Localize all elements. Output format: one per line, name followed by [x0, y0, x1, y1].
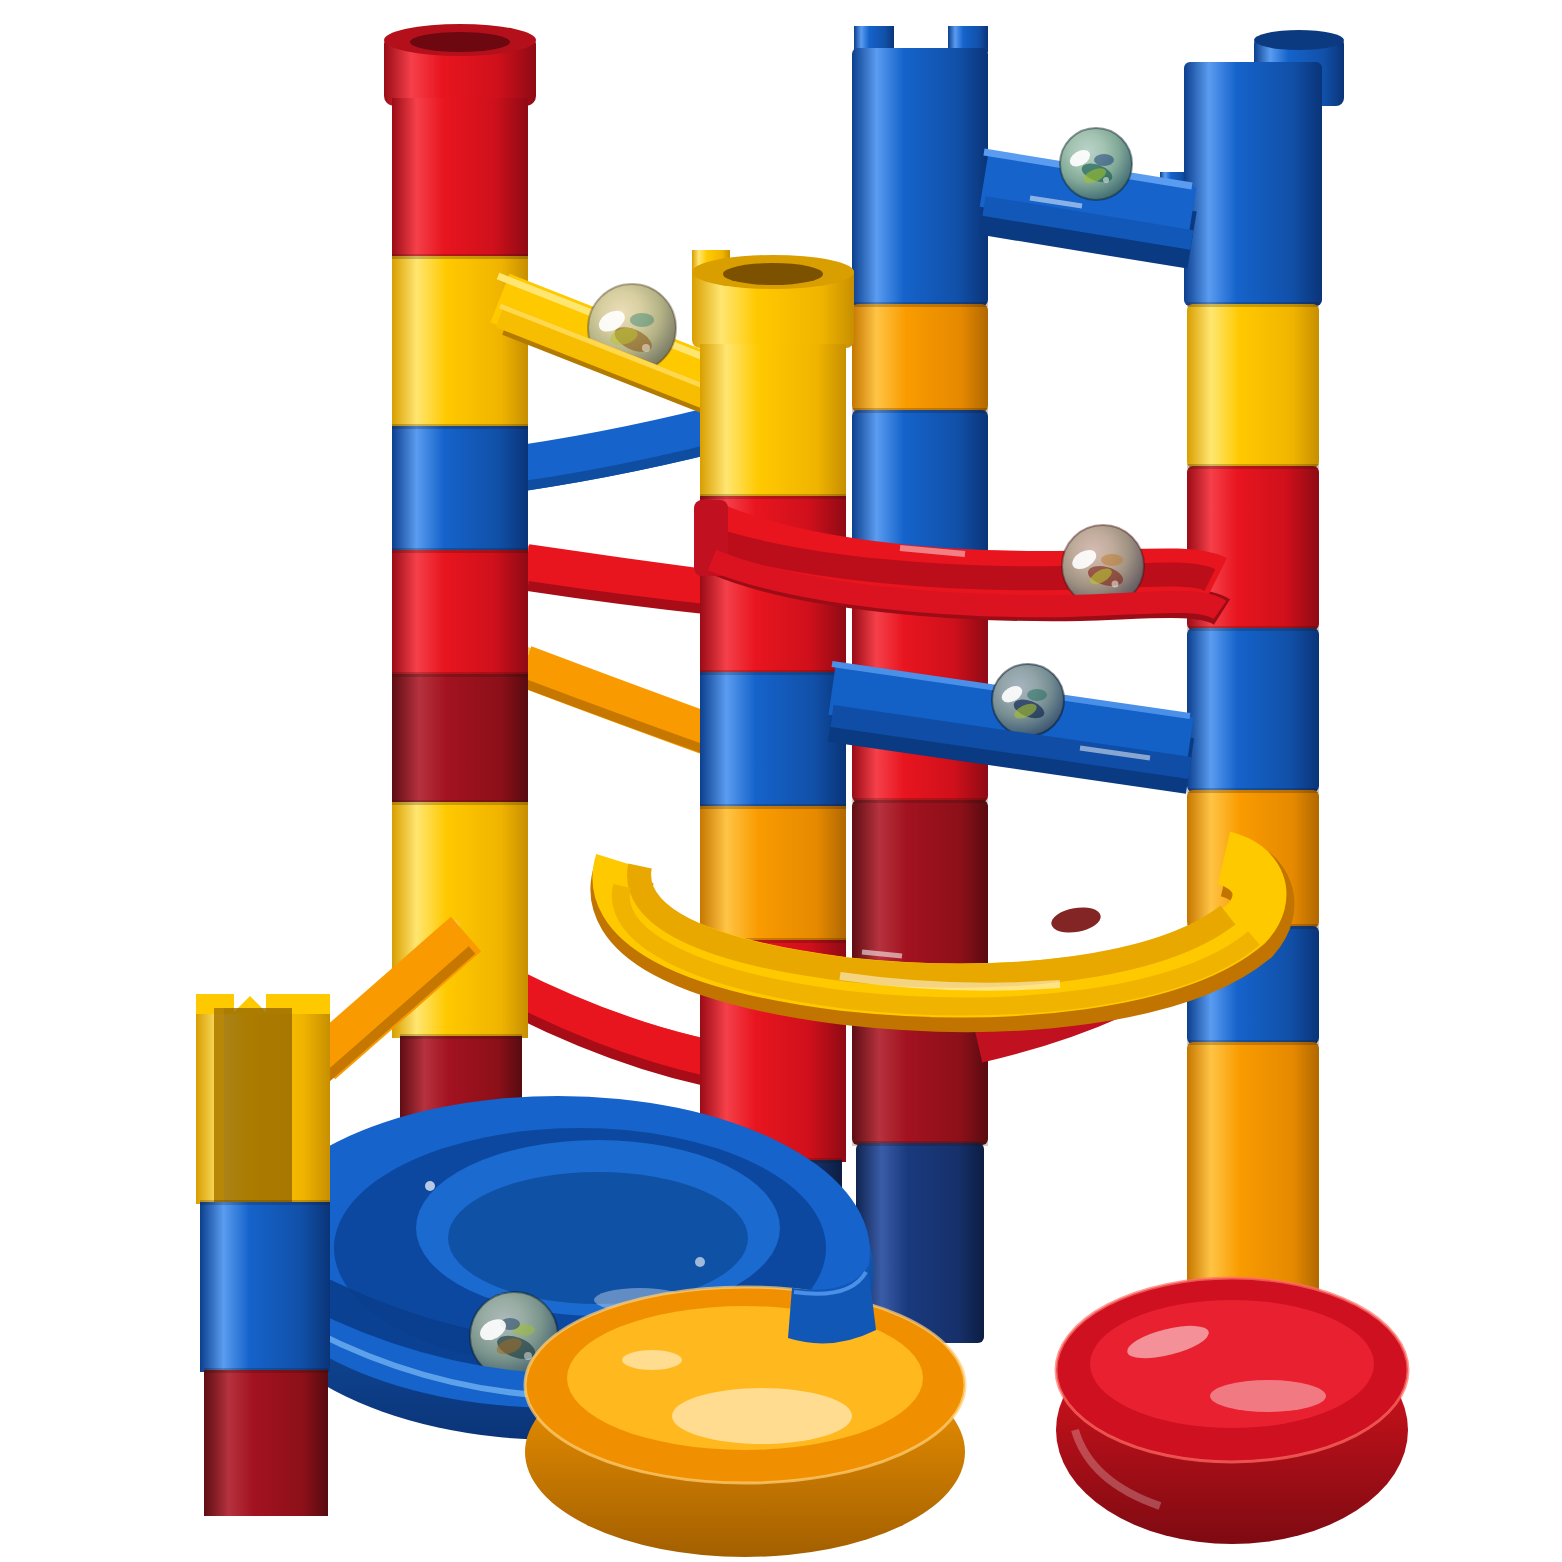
marble-2: [1060, 128, 1132, 200]
segment-orange-base: [1187, 1042, 1319, 1296]
segment-blue: [392, 426, 528, 552]
marble-4: [992, 664, 1064, 736]
segment-blue: [200, 1202, 330, 1372]
segment-blue: [700, 672, 846, 808]
left-mini-tower: [196, 994, 330, 1516]
segment-maroon: [392, 674, 528, 804]
half-pipe-channel: [214, 1008, 292, 1204]
orange-round-dish: [525, 1287, 965, 1557]
collar-opening: [410, 32, 510, 52]
collar-opening: [1254, 30, 1344, 50]
segment-yellow-tube: [700, 344, 846, 498]
segment-maroon: [204, 1370, 328, 1516]
segment-orange: [852, 304, 988, 412]
segment-blue-bridge: [852, 48, 988, 306]
segment-yellow: [1187, 304, 1319, 468]
segment-orange: [700, 806, 846, 942]
red-round-dish: [1056, 1278, 1408, 1544]
segment-blue: [1187, 628, 1319, 792]
segment-blue-bridge: [1184, 62, 1322, 306]
marble-run-photo: Marble run construction toy built from r…: [0, 0, 1562, 1562]
channel-highlight: [214, 1008, 224, 1204]
segment-red2: [392, 550, 528, 676]
segment-red: [392, 98, 528, 258]
funnel-opening: [723, 263, 823, 285]
marble-run-scene: [0, 0, 1562, 1562]
